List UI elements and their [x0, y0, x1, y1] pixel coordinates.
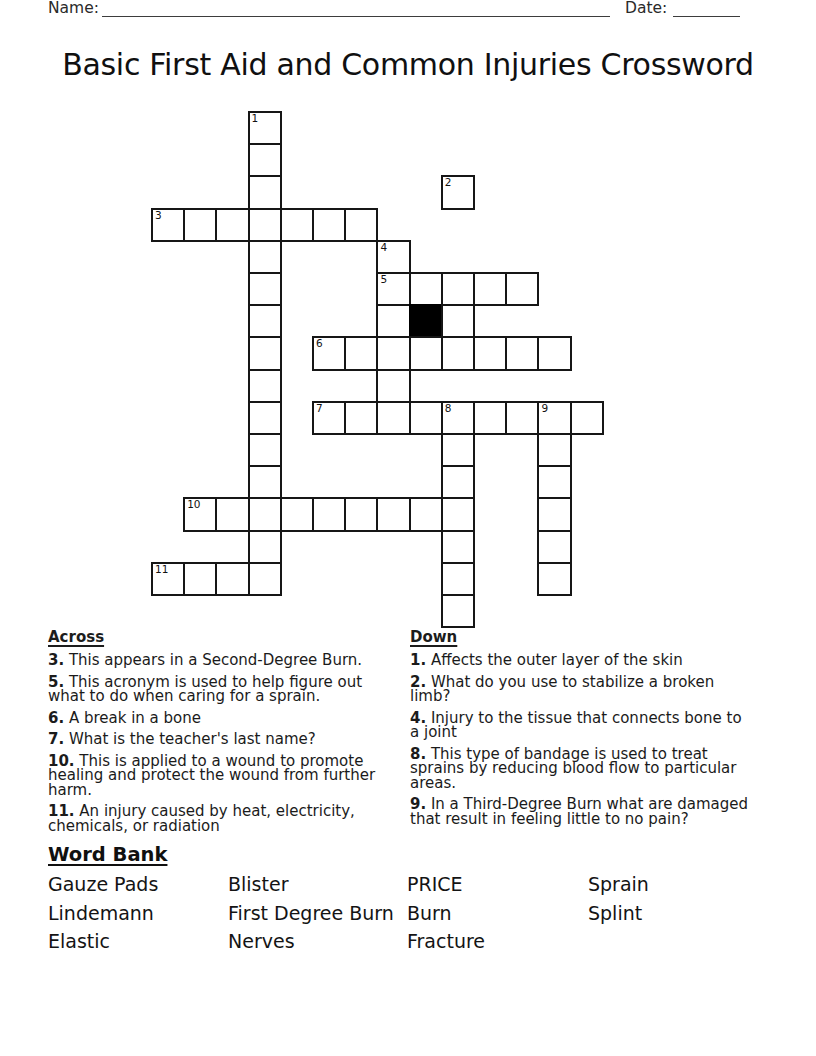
cell-number: 11 [155, 564, 168, 575]
word-bank-item: First Degree Burn [228, 901, 407, 930]
cell-number: 8 [445, 403, 452, 414]
grid-cell[interactable] [505, 401, 539, 435]
grid-cell[interactable]: 10 [183, 497, 217, 531]
grid-cell[interactable] [248, 562, 282, 596]
clue-item: 4. Injury to the tissue that connects bo… [410, 711, 794, 740]
grid-cell[interactable] [441, 433, 475, 467]
grid-cell[interactable] [215, 208, 249, 242]
across-clue-list: 3. This appears in a Second-Degree Burn.… [48, 653, 406, 833]
word-bank-item: Splint [588, 901, 649, 930]
grid-cell[interactable] [537, 562, 571, 596]
clue-text: What do you use to stabilize a broken li… [410, 673, 714, 706]
worksheet-page: { "game": "crossword", "title": "Basic F… [0, 0, 816, 1056]
grid-cell[interactable] [505, 272, 539, 306]
clue-text: This appears in a Second-Degree Burn. [64, 651, 362, 669]
grid-cell[interactable] [537, 336, 571, 370]
grid-cell[interactable] [248, 497, 282, 531]
grid-cell[interactable] [409, 336, 443, 370]
clue-item: 11. An injury caused by heat, electricit… [48, 804, 406, 833]
grid-cell[interactable] [248, 208, 282, 242]
clue-item: 1. Affects the outer layer of the skin [410, 653, 794, 668]
grid-cell[interactable] [376, 304, 410, 338]
word-bank-item: Sprain [588, 872, 649, 901]
page-title: Basic First Aid and Common Injuries Cros… [0, 48, 816, 82]
word-bank-item: Gauze Pads [48, 872, 228, 901]
clue-item: 9. In a Third-Degree Burn what are damag… [410, 797, 794, 826]
grid-cell[interactable] [248, 304, 282, 338]
cell-number: 4 [380, 242, 387, 253]
grid-cell[interactable] [183, 562, 217, 596]
grid-cell[interactable] [537, 530, 571, 564]
clue-text: Injury to the tissue that connects bone … [410, 709, 742, 742]
grid-cell[interactable]: 7 [312, 401, 346, 435]
cell-number: 7 [316, 403, 323, 414]
cell-number: 6 [316, 338, 323, 349]
grid-cell[interactable] [280, 208, 314, 242]
grid-cell[interactable] [441, 530, 475, 564]
clue-text: An injury caused by heat, electricity, c… [48, 802, 355, 835]
grid-cell[interactable] [248, 401, 282, 435]
grid-cell[interactable]: 5 [376, 272, 410, 306]
grid-cell[interactable] [409, 497, 443, 531]
grid-cell[interactable] [376, 369, 410, 403]
grid-cell[interactable]: 8 [441, 401, 475, 435]
clue-item: 6. A break in a bone [48, 711, 406, 726]
grid-cell[interactable] [215, 497, 249, 531]
grid-cell[interactable]: 4 [376, 240, 410, 274]
grid-cell[interactable] [248, 272, 282, 306]
date-label: Date: [625, 0, 667, 17]
clue-item: 8. This type of bandage is used to treat… [410, 747, 794, 791]
grid-cell[interactable] [344, 497, 378, 531]
clue-text: This is applied to a wound to promote he… [48, 752, 375, 799]
grid-cell[interactable]: 11 [151, 562, 185, 596]
cell-number: 2 [445, 177, 452, 188]
word-bank-item: Blister [228, 872, 407, 901]
grid-cell[interactable] [248, 433, 282, 467]
grid-cell[interactable] [441, 562, 475, 596]
clue-number: 3. [48, 651, 64, 669]
grid-cell[interactable] [441, 497, 475, 531]
grid-cell[interactable] [215, 562, 249, 596]
grid-cell[interactable] [248, 336, 282, 370]
grid-cell[interactable] [376, 336, 410, 370]
grid-cell[interactable] [537, 433, 571, 467]
clues-across-section: Across 3. This appears in a Second-Degre… [48, 630, 406, 840]
grid-cell[interactable] [248, 143, 282, 177]
word-bank-item: Fracture [407, 929, 588, 958]
grid-cell[interactable] [409, 272, 443, 306]
grid-cell[interactable]: 9 [537, 401, 571, 435]
grid-cell[interactable] [441, 465, 475, 499]
clue-item: 7. What is the teacher's last name? [48, 732, 406, 747]
clue-text: What is the teacher's last name? [64, 730, 316, 748]
word-bank-item: Lindemann [48, 901, 228, 930]
grid-cell[interactable] [473, 401, 507, 435]
grid-cell[interactable]: 6 [312, 336, 346, 370]
cell-number: 10 [187, 499, 200, 510]
word-bank-item: Nerves [228, 929, 407, 958]
word-bank-list: Gauze PadsBlisterPRICESprainLindemannFir… [48, 872, 649, 958]
clue-item: 2. What do you use to stabilize a broken… [410, 675, 794, 704]
grid-cell[interactable] [441, 336, 475, 370]
clue-text: A break in a bone [64, 709, 201, 727]
grid-cell[interactable] [537, 465, 571, 499]
date-line[interactable] [673, 0, 740, 17]
clue-number: 6. [48, 709, 64, 727]
cell-number: 3 [155, 210, 162, 221]
down-heading: Down [410, 630, 794, 645]
clue-number: 7. [48, 730, 64, 748]
cell-number: 9 [541, 403, 548, 414]
grid-cell[interactable] [441, 594, 475, 628]
clue-text: Affects the outer layer of the skin [426, 651, 683, 669]
cell-number: 5 [380, 274, 387, 285]
grid-cell[interactable] [248, 175, 282, 209]
grid-cell[interactable] [505, 336, 539, 370]
grid-cell[interactable] [441, 304, 475, 338]
grid-cell[interactable] [344, 208, 378, 242]
grid-cell[interactable] [183, 208, 217, 242]
cell-number: 1 [252, 113, 259, 124]
word-bank-item: Elastic [48, 929, 228, 958]
grid-cell[interactable] [473, 336, 507, 370]
grid-cell[interactable] [537, 497, 571, 531]
down-clue-list: 1. Affects the outer layer of the skin2.… [410, 653, 794, 826]
grid-cell[interactable] [473, 272, 507, 306]
clue-item: 3. This appears in a Second-Degree Burn. [48, 653, 406, 668]
name-label: Name: [48, 0, 99, 17]
name-line[interactable] [102, 0, 610, 17]
grid-cell[interactable] [248, 240, 282, 274]
across-heading: Across [48, 630, 406, 645]
clue-number: 1. [410, 651, 426, 669]
clue-text: This acronym is used to help figure out … [48, 673, 362, 706]
clue-item: 10. This is applied to a wound to promot… [48, 754, 406, 798]
grid-cell[interactable]: 3 [151, 208, 185, 242]
grid-cell[interactable]: 2 [441, 175, 475, 209]
grid-cell[interactable] [441, 272, 475, 306]
word-bank-item: Burn [407, 901, 588, 930]
grid-cell[interactable] [376, 497, 410, 531]
grid-cell[interactable] [570, 401, 604, 435]
grid-cell[interactable]: 1 [248, 111, 282, 145]
word-bank-item: PRICE [407, 872, 588, 901]
clue-item: 5. This acronym is used to help figure o… [48, 675, 406, 704]
clue-text: In a Third-Degree Burn what are damaged … [410, 795, 748, 828]
crossword-grid: 1234567891011 [151, 111, 604, 628]
grid-cell[interactable] [344, 336, 378, 370]
grid-cell[interactable] [280, 497, 314, 531]
word-bank-heading: Word Bank [48, 844, 167, 866]
grid-cell-black [409, 304, 443, 338]
grid-cell[interactable] [312, 497, 346, 531]
grid-cell[interactable] [344, 401, 378, 435]
clues-down-section: Down 1. Affects the outer layer of the s… [410, 630, 794, 833]
grid-cell[interactable] [248, 465, 282, 499]
clue-text: This type of bandage is used to treat sp… [410, 745, 736, 792]
grid-cell[interactable] [248, 530, 282, 564]
grid-cell[interactable] [376, 401, 410, 435]
grid-cell[interactable] [409, 401, 443, 435]
grid-cell[interactable] [248, 369, 282, 403]
grid-cell[interactable] [312, 208, 346, 242]
